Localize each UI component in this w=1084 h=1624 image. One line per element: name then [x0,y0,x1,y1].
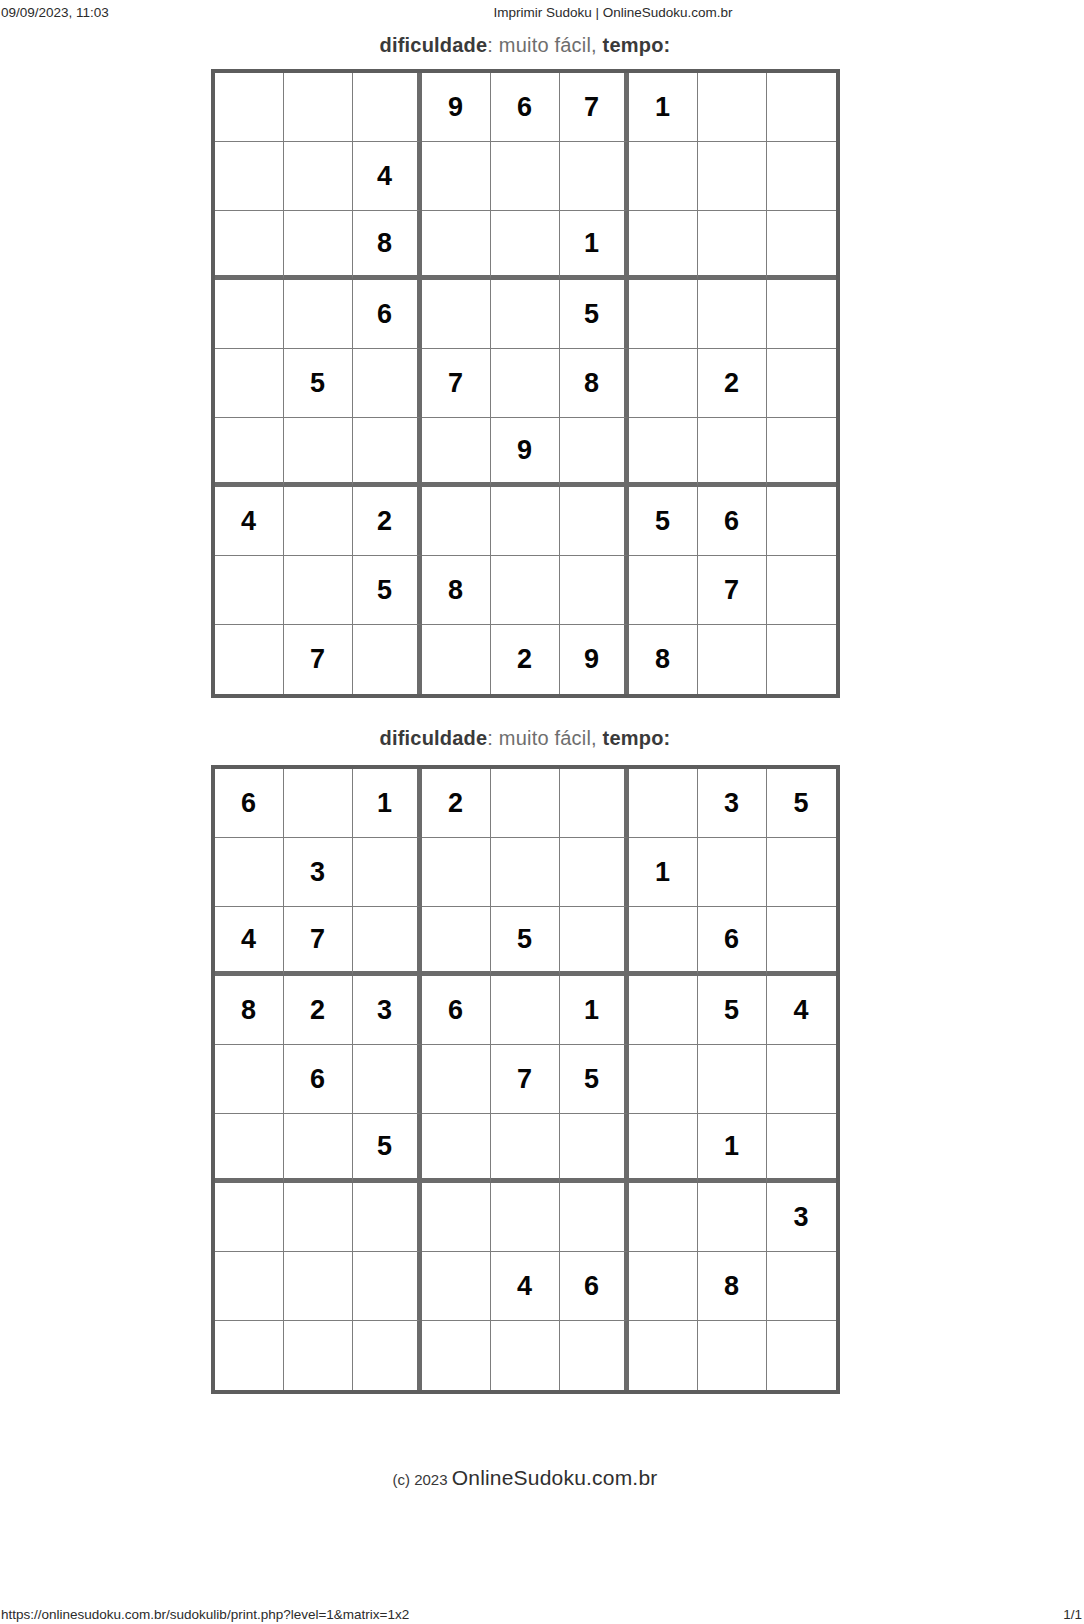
sudoku-cell-r2c1 [215,142,284,211]
sudoku-cell-r8c7 [629,556,698,625]
sudoku-cell-r6c4 [422,1114,491,1183]
sudoku-cell-r7c3: 2 [353,487,422,556]
time-label: tempo: [603,34,671,56]
sudoku-cell-r3c4 [422,907,491,976]
sudoku-cell-r8c4: 8 [422,556,491,625]
sudoku-cell-r5c6: 8 [560,349,629,418]
sudoku-cell-r1c7 [629,769,698,838]
sudoku-cell-r4c8: 5 [698,976,767,1045]
sudoku-cell-r5c8: 2 [698,349,767,418]
sudoku-cell-r9c5: 2 [491,625,560,694]
sudoku-cell-r1c8 [698,73,767,142]
sudoku-cell-r8c1 [215,1252,284,1321]
sudoku-cell-r5c3 [353,1045,422,1114]
sudoku-cell-r7c7 [629,1183,698,1252]
sudoku-cell-r1c9 [767,73,836,142]
sudoku-cell-r1c6 [560,769,629,838]
sudoku-cell-r3c6: 1 [560,211,629,280]
time-label: tempo: [603,727,671,749]
sudoku-cell-r1c7: 1 [629,73,698,142]
sudoku-cell-r3c9 [767,907,836,976]
sudoku-cell-r3c6 [560,907,629,976]
sudoku-cell-r1c2 [284,769,353,838]
sudoku-cell-r7c4 [422,1183,491,1252]
print-preview-page: { "game": "sudoku (two 9x9 puzzles, prin… [0,0,1084,1624]
sudoku-cell-r3c3 [353,907,422,976]
sudoku-cell-r4c2 [284,280,353,349]
source-url: https://onlinesudoku.com.br/sudokulib/pr… [1,1607,409,1622]
sudoku-cell-r4c1 [215,280,284,349]
sudoku-cell-r2c3 [353,838,422,907]
sudoku-cell-r8c6: 6 [560,1252,629,1321]
sudoku-cell-r4c7 [629,976,698,1045]
sudoku-cell-r3c5: 5 [491,907,560,976]
page-indicator: 1/1 [1063,1607,1082,1622]
sudoku-cell-r3c7 [629,211,698,280]
sudoku-cell-r9c3 [353,1321,422,1390]
sudoku-cell-r9c9 [767,625,836,694]
sudoku-cell-r4c8 [698,280,767,349]
sudoku-cell-r6c7 [629,418,698,487]
sudoku-cell-r9c8 [698,625,767,694]
sudoku-cell-r1c9: 5 [767,769,836,838]
sudoku-cell-r8c8: 7 [698,556,767,625]
sudoku-cell-r5c9 [767,349,836,418]
sudoku-cell-r4c4: 6 [422,976,491,1045]
print-datetime: 09/09/2023, 11:03 [1,5,109,20]
sudoku-cell-r9c6: 9 [560,625,629,694]
sudoku-cell-r5c1 [215,1045,284,1114]
sudoku-cell-r1c4: 2 [422,769,491,838]
sudoku-cell-r8c2 [284,1252,353,1321]
sudoku-cell-r5c4 [422,1045,491,1114]
sudoku-cell-r4c1: 8 [215,976,284,1045]
print-header: 09/09/2023, 11:03 Imprimir Sudoku | Onli… [0,0,1084,26]
sudoku-cell-r3c1 [215,211,284,280]
sudoku-cell-r3c5 [491,211,560,280]
sudoku-cell-r6c6 [560,418,629,487]
sudoku-cell-r5c2: 5 [284,349,353,418]
sudoku-cell-r6c9 [767,418,836,487]
sudoku-cell-r7c3 [353,1183,422,1252]
sudoku-cell-r4c7 [629,280,698,349]
sudoku-cell-r2c4 [422,142,491,211]
sudoku-cell-r8c1 [215,556,284,625]
sudoku-cell-r4c4 [422,280,491,349]
difficulty-value: : muito fácil, [487,727,602,749]
sudoku-cell-r6c8 [698,418,767,487]
sudoku-cell-r2c9 [767,142,836,211]
sudoku-cell-r6c5: 9 [491,418,560,487]
sudoku-cell-r5c5: 7 [491,1045,560,1114]
sudoku-cell-r5c8 [698,1045,767,1114]
sudoku-cell-r7c7: 5 [629,487,698,556]
sudoku-cell-r4c9: 4 [767,976,836,1045]
sudoku-cell-r5c1 [215,349,284,418]
sudoku-cell-r4c3: 6 [353,280,422,349]
sudoku-cell-r8c2 [284,556,353,625]
sudoku-cell-r5c5 [491,349,560,418]
sudoku-cell-r7c1: 4 [215,487,284,556]
sudoku-cell-r3c4 [422,211,491,280]
sudoku-cell-r2c9 [767,838,836,907]
sudoku-cell-r9c6 [560,1321,629,1390]
sudoku-cell-r5c4: 7 [422,349,491,418]
sudoku-cell-r9c2 [284,1321,353,1390]
sudoku-cell-r6c8: 1 [698,1114,767,1183]
sudoku-cell-r9c4 [422,1321,491,1390]
sudoku-cell-r5c3 [353,349,422,418]
copyright-line: (c) 2023 OnlineSudoku.com.br [0,1466,1050,1490]
sudoku-cell-r2c6 [560,142,629,211]
sudoku-cell-r8c3: 5 [353,556,422,625]
sudoku-cell-r2c1 [215,838,284,907]
site-name: OnlineSudoku.com.br [452,1466,658,1489]
sudoku-cell-r6c4 [422,418,491,487]
sudoku-cell-r6c2 [284,418,353,487]
sudoku-cell-r6c5 [491,1114,560,1183]
sudoku-cell-r9c7: 8 [629,625,698,694]
sudoku-cell-r5c7 [629,1045,698,1114]
sudoku-cell-r7c2 [284,1183,353,1252]
sudoku-cell-r4c6: 1 [560,976,629,1045]
print-document-title: Imprimir Sudoku | OnlineSudoku.com.br [493,5,732,20]
sudoku-grid-1: 9671481655782942565877298 [211,69,840,698]
sudoku-cell-r4c5 [491,280,560,349]
sudoku-grid-2: 612353147568236154675513468 [211,765,840,1394]
sudoku-cell-r2c5 [491,142,560,211]
difficulty-label: dificuldade [380,34,488,56]
sudoku-cell-r3c3: 8 [353,211,422,280]
sudoku-cell-r2c2: 3 [284,838,353,907]
print-footer: https://onlinesudoku.com.br/sudokulib/pr… [0,1604,1084,1622]
sudoku-cell-r1c2 [284,73,353,142]
sudoku-cell-r3c8: 6 [698,907,767,976]
sudoku-cell-r7c2 [284,487,353,556]
sudoku-cell-r5c7 [629,349,698,418]
sudoku-cell-r7c8 [698,1183,767,1252]
sudoku-cell-r9c1 [215,625,284,694]
sudoku-cell-r2c4 [422,838,491,907]
sudoku-cell-r3c9 [767,211,836,280]
sudoku-cell-r7c5 [491,1183,560,1252]
sudoku-cell-r2c3: 4 [353,142,422,211]
sudoku-cell-r6c9 [767,1114,836,1183]
sudoku-cell-r1c3 [353,73,422,142]
sudoku-cell-r8c5 [491,556,560,625]
sudoku-cell-r8c4 [422,1252,491,1321]
sudoku-cell-r9c9 [767,1321,836,1390]
sudoku-cell-r5c9 [767,1045,836,1114]
sudoku-cell-r9c8 [698,1321,767,1390]
sudoku-cell-r7c6 [560,487,629,556]
sudoku-cell-r9c5 [491,1321,560,1390]
sudoku-cell-r1c4: 9 [422,73,491,142]
sudoku-cell-r6c1 [215,418,284,487]
sudoku-cell-r7c4 [422,487,491,556]
sudoku-cell-r1c3: 1 [353,769,422,838]
sudoku-cell-r1c1: 6 [215,769,284,838]
sudoku-cell-r9c2: 7 [284,625,353,694]
difficulty-label: dificuldade [380,727,488,749]
sudoku-cell-r4c3: 3 [353,976,422,1045]
sudoku-cell-r6c7 [629,1114,698,1183]
sudoku-cell-r5c2: 6 [284,1045,353,1114]
sudoku-cell-r2c2 [284,142,353,211]
sudoku-cell-r3c1: 4 [215,907,284,976]
sudoku-cell-r1c5: 6 [491,73,560,142]
sudoku-cell-r8c3 [353,1252,422,1321]
sudoku-cell-r4c6: 5 [560,280,629,349]
sudoku-cell-r7c9 [767,487,836,556]
sudoku-cell-r4c9 [767,280,836,349]
puzzle-1-title: dificuldade: muito fácil, tempo: [0,33,1050,57]
sudoku-cell-r6c1 [215,1114,284,1183]
sudoku-cell-r9c3 [353,625,422,694]
sudoku-cell-r8c9 [767,556,836,625]
sudoku-cell-r4c5 [491,976,560,1045]
sudoku-cell-r3c2 [284,211,353,280]
sudoku-cell-r6c3 [353,418,422,487]
sudoku-cell-r1c8: 3 [698,769,767,838]
sudoku-cell-r7c5 [491,487,560,556]
sudoku-cell-r7c8: 6 [698,487,767,556]
sudoku-cell-r7c1 [215,1183,284,1252]
sudoku-cell-r9c4 [422,625,491,694]
sudoku-sheet: dificuldade: muito fácil, tempo: 9671481… [0,26,1050,1490]
sudoku-cell-r2c5 [491,838,560,907]
sudoku-cell-r2c7 [629,142,698,211]
sudoku-cell-r6c3: 5 [353,1114,422,1183]
sudoku-cell-r2c6 [560,838,629,907]
sudoku-cell-r3c7 [629,907,698,976]
sudoku-cell-r3c8 [698,211,767,280]
sudoku-cell-r9c7 [629,1321,698,1390]
sudoku-cell-r1c1 [215,73,284,142]
sudoku-cell-r8c6 [560,556,629,625]
sudoku-cell-r2c8 [698,838,767,907]
sudoku-cell-r8c8: 8 [698,1252,767,1321]
sudoku-cell-r8c9 [767,1252,836,1321]
sudoku-cell-r7c9: 3 [767,1183,836,1252]
sudoku-cell-r8c5: 4 [491,1252,560,1321]
sudoku-cell-r4c2: 2 [284,976,353,1045]
puzzle-2-title: dificuldade: muito fácil, tempo: [0,726,1050,750]
sudoku-cell-r1c5 [491,769,560,838]
sudoku-cell-r2c7: 1 [629,838,698,907]
sudoku-cell-r3c2: 7 [284,907,353,976]
sudoku-cell-r1c6: 7 [560,73,629,142]
sudoku-cell-r6c2 [284,1114,353,1183]
sudoku-cell-r8c7 [629,1252,698,1321]
sudoku-cell-r9c1 [215,1321,284,1390]
sudoku-cell-r5c6: 5 [560,1045,629,1114]
sudoku-cell-r2c8 [698,142,767,211]
difficulty-value: : muito fácil, [487,34,602,56]
copyright-prefix: (c) 2023 [393,1471,452,1488]
sudoku-cell-r6c6 [560,1114,629,1183]
sudoku-cell-r7c6 [560,1183,629,1252]
